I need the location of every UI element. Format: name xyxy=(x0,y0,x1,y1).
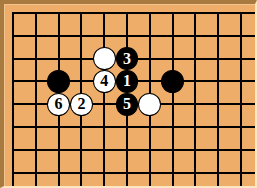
move-number: 5 xyxy=(123,96,131,112)
board-intersection[interactable] xyxy=(230,70,253,93)
stone-black[interactable]: 3 xyxy=(116,47,139,70)
board-intersection[interactable] xyxy=(161,93,184,116)
board-intersection[interactable]: 4 xyxy=(93,70,116,93)
board-intersection[interactable] xyxy=(70,2,93,25)
board-intersection[interactable] xyxy=(2,93,25,116)
board-intersection[interactable]: 3 xyxy=(116,47,139,70)
stone-black[interactable]: 1 xyxy=(116,70,139,93)
board-intersection[interactable] xyxy=(2,70,25,93)
board-intersection[interactable] xyxy=(207,116,230,139)
board-intersection[interactable] xyxy=(138,138,161,161)
move-number: 2 xyxy=(77,96,85,112)
stone-white[interactable] xyxy=(138,93,161,116)
move-number: 4 xyxy=(100,73,108,89)
board-intersection[interactable] xyxy=(184,116,207,139)
board-intersection[interactable] xyxy=(93,116,116,139)
board-intersection[interactable] xyxy=(116,116,139,139)
board-intersection[interactable] xyxy=(230,2,253,25)
board-intersection[interactable] xyxy=(207,93,230,116)
board-intersection[interactable] xyxy=(230,93,253,116)
board-intersection[interactable] xyxy=(47,138,70,161)
board-intersection[interactable] xyxy=(184,93,207,116)
go-board: 341625 xyxy=(0,0,257,188)
board-intersection[interactable] xyxy=(2,2,25,25)
board-intersection[interactable] xyxy=(207,161,230,184)
board-intersection[interactable] xyxy=(184,24,207,47)
board-intersection[interactable] xyxy=(138,70,161,93)
board-intersection[interactable] xyxy=(161,138,184,161)
stone-white[interactable]: 2 xyxy=(70,93,93,116)
board-intersection[interactable] xyxy=(161,47,184,70)
board-intersection[interactable] xyxy=(93,2,116,25)
board-intersection[interactable] xyxy=(207,2,230,25)
board-intersection[interactable] xyxy=(138,47,161,70)
board-intersection[interactable] xyxy=(93,161,116,184)
board-intersection[interactable] xyxy=(116,161,139,184)
board-intersection[interactable]: 6 xyxy=(47,93,70,116)
board-intersection[interactable] xyxy=(70,47,93,70)
board-intersections: 341625 xyxy=(2,2,253,184)
board-intersection[interactable] xyxy=(47,70,70,93)
board-intersection[interactable] xyxy=(2,138,25,161)
board-intersection[interactable] xyxy=(161,116,184,139)
board-intersection[interactable] xyxy=(24,116,47,139)
board-intersection[interactable] xyxy=(161,2,184,25)
board-intersection[interactable] xyxy=(161,24,184,47)
board-intersection[interactable] xyxy=(2,47,25,70)
board-intersection[interactable] xyxy=(47,24,70,47)
board-intersection[interactable] xyxy=(24,24,47,47)
board-intersection[interactable] xyxy=(184,70,207,93)
board-intersection[interactable] xyxy=(70,70,93,93)
board-intersection[interactable] xyxy=(184,2,207,25)
board-intersection[interactable] xyxy=(116,24,139,47)
board-intersection[interactable] xyxy=(24,161,47,184)
board-intersection[interactable] xyxy=(24,2,47,25)
board-intersection[interactable] xyxy=(184,138,207,161)
board-intersection[interactable] xyxy=(138,116,161,139)
board-intersection[interactable] xyxy=(138,161,161,184)
board-intersection[interactable] xyxy=(230,161,253,184)
stone-white[interactable] xyxy=(93,47,116,70)
stone-black[interactable] xyxy=(47,70,70,93)
board-intersection[interactable]: 1 xyxy=(116,70,139,93)
stone-black[interactable] xyxy=(161,70,184,93)
board-intersection[interactable] xyxy=(2,24,25,47)
board-intersection[interactable] xyxy=(138,93,161,116)
board-intersection[interactable] xyxy=(184,161,207,184)
move-number: 1 xyxy=(123,73,131,89)
stone-white[interactable]: 6 xyxy=(47,93,70,116)
board-intersection[interactable] xyxy=(70,161,93,184)
board-intersection[interactable] xyxy=(47,116,70,139)
board-intersection[interactable] xyxy=(47,2,70,25)
board-intersection[interactable] xyxy=(70,116,93,139)
board-intersection[interactable] xyxy=(93,138,116,161)
move-number: 6 xyxy=(55,96,63,112)
board-intersection[interactable] xyxy=(207,138,230,161)
board-intersection[interactable] xyxy=(230,116,253,139)
board-intersection[interactable] xyxy=(161,161,184,184)
stone-black[interactable]: 5 xyxy=(116,93,139,116)
board-intersection[interactable] xyxy=(24,70,47,93)
board-intersection[interactable] xyxy=(2,116,25,139)
board-intersection[interactable] xyxy=(93,93,116,116)
board-intersection[interactable] xyxy=(47,47,70,70)
board-intersection[interactable] xyxy=(2,161,25,184)
board-intersection[interactable] xyxy=(184,47,207,70)
board-intersection[interactable] xyxy=(24,138,47,161)
board-intersection[interactable] xyxy=(116,2,139,25)
stone-white[interactable]: 4 xyxy=(93,70,116,93)
board-intersection[interactable] xyxy=(230,47,253,70)
board-intersection[interactable] xyxy=(93,47,116,70)
board-intersection[interactable] xyxy=(93,24,116,47)
board-intersection[interactable] xyxy=(70,138,93,161)
board-intersection[interactable] xyxy=(47,161,70,184)
board-intersection[interactable] xyxy=(138,2,161,25)
board-intersection[interactable]: 2 xyxy=(70,93,93,116)
board-intersection[interactable] xyxy=(70,24,93,47)
board-intersection[interactable]: 5 xyxy=(116,93,139,116)
move-number: 3 xyxy=(123,51,131,67)
board-intersection[interactable] xyxy=(24,93,47,116)
board-intersection[interactable] xyxy=(116,138,139,161)
board-intersection[interactable] xyxy=(207,70,230,93)
board-intersection[interactable] xyxy=(161,70,184,93)
board-intersection[interactable] xyxy=(207,24,230,47)
board-intersection[interactable] xyxy=(230,138,253,161)
board-intersection[interactable] xyxy=(138,24,161,47)
board-intersection[interactable] xyxy=(230,24,253,47)
board-intersection[interactable] xyxy=(207,47,230,70)
board-intersection[interactable] xyxy=(24,47,47,70)
